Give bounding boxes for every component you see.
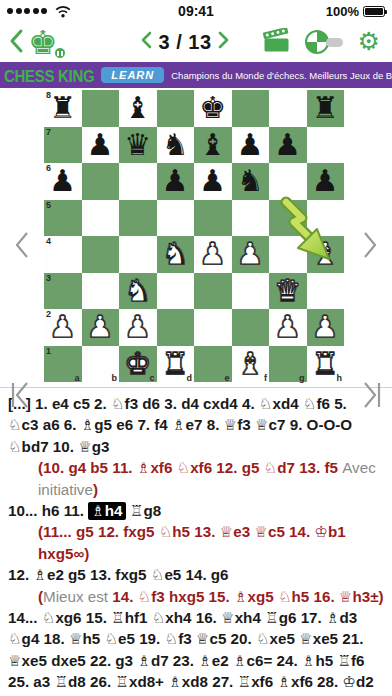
piece-bP-a6[interactable]: ♟ bbox=[49, 164, 76, 198]
square-a7[interactable]: 7 bbox=[44, 127, 82, 164]
square-d5[interactable] bbox=[157, 200, 195, 237]
piece-bP-f7[interactable]: ♟ bbox=[237, 128, 264, 162]
square-d8[interactable] bbox=[157, 90, 195, 127]
square-g4[interactable] bbox=[269, 236, 307, 273]
square-a6[interactable]: 6♟ bbox=[44, 163, 82, 200]
piece-wP-g2[interactable]: ♟ bbox=[274, 310, 301, 344]
square-c5[interactable] bbox=[119, 200, 157, 237]
piece-wN-d4[interactable]: ♞ bbox=[162, 237, 189, 271]
square-e4[interactable]: ♟ bbox=[194, 236, 232, 273]
moves-text[interactable]: 12. ♗e2 g5 13. fxg5 ♘e5 14. g6 bbox=[8, 566, 229, 583]
moves-text[interactable]: 10... h6 11. bbox=[8, 502, 88, 519]
piece-bP-h6[interactable]: ♟ bbox=[312, 164, 339, 198]
square-f3[interactable] bbox=[232, 273, 270, 310]
notation-line: ♘c3 a6 6. ♗g5 e6 7. f4 ♗e7 8. ♕f3 ♕c7 9.… bbox=[8, 414, 384, 435]
rank-label-3: 3 bbox=[46, 273, 51, 283]
square-f5[interactable] bbox=[232, 200, 270, 237]
prev-move-arrow-button[interactable] bbox=[13, 231, 31, 263]
pause-badge-icon bbox=[54, 47, 66, 59]
chess-board[interactable]: 8♜♝♚♜7♟♛♞♝♟♟6♟♟♟♞♟54♞♟♟♝3♞♛2♟♟♟♟♟1abc♚d♜… bbox=[44, 90, 344, 382]
piece-wR-h1[interactable]: ♜ bbox=[312, 347, 339, 381]
notation-line: (11... g5 12. fxg5 ♘h5 13. ♕e3 ♕c5 14. ♔… bbox=[8, 521, 384, 542]
square-b4[interactable] bbox=[82, 236, 120, 273]
file-label-d: d bbox=[187, 373, 193, 383]
moves-text[interactable]: ) bbox=[93, 481, 98, 498]
piece-wQ-g3[interactable]: ♛ bbox=[274, 274, 301, 308]
piece-bP-d6[interactable]: ♟ bbox=[162, 164, 189, 198]
chess-king-logo[interactable]: ♚ bbox=[28, 26, 66, 60]
piece-bR-h8[interactable]: ♜ bbox=[312, 91, 339, 125]
notation-line: 12. ♗e2 g5 13. fxg5 ♘e5 14. g6 bbox=[8, 564, 384, 585]
annotation-text: Avec bbox=[342, 459, 376, 476]
square-b7[interactable]: ♟ bbox=[82, 127, 120, 164]
square-g3[interactable]: ♛ bbox=[269, 273, 307, 310]
notation-line: ♕xe5 dxe5 22. g3 ♗d7 23. ♗e2 ♗c6= 24. ♗h… bbox=[8, 650, 384, 671]
moves-text[interactable]: 14. ♘f3 hxg5 15. ♗xg5 ♘h5 16. ♕h3±) bbox=[112, 588, 383, 605]
piece-wP-b2[interactable]: ♟ bbox=[87, 310, 114, 344]
file-label-c: c bbox=[149, 373, 154, 383]
annotation-text: Mieux est bbox=[43, 588, 112, 605]
notation-line: 25. a3 ♖d8 26. ♖xd8+ ♗xd8 27. ♖xf6 ♗xf6 … bbox=[8, 671, 384, 692]
learn-button[interactable]: LEARN bbox=[101, 67, 164, 83]
notation-line: initiative) bbox=[8, 479, 384, 500]
square-h1[interactable]: h♜ bbox=[307, 346, 345, 383]
moves-text[interactable]: 25. a3 ♖d8 26. ♖xd8+ ♗xd8 27. ♖xf6 ♗xf6 … bbox=[8, 673, 374, 690]
square-c7[interactable]: ♛ bbox=[119, 127, 157, 164]
file-label-g: g bbox=[299, 373, 305, 383]
rank-label-7: 7 bbox=[46, 127, 51, 137]
nav-bar: ♚ 3 / 13 bbox=[0, 22, 392, 62]
piece-wN-c3[interactable]: ♞ bbox=[124, 274, 151, 308]
notation-line: (Mieux est 14. ♘f3 hxg5 15. ♗xg5 ♘h5 16.… bbox=[8, 586, 384, 607]
square-e5[interactable] bbox=[194, 200, 232, 237]
battery-icon bbox=[363, 6, 385, 17]
piece-wB-f1[interactable]: ♝ bbox=[237, 347, 264, 381]
square-d7[interactable]: ♞ bbox=[157, 127, 195, 164]
square-h5[interactable] bbox=[307, 200, 345, 237]
square-h7[interactable] bbox=[307, 127, 345, 164]
notation-line: [...] 1. e4 c5 2. ♘f3 d6 3. d4 cxd4 4. ♘… bbox=[8, 393, 384, 414]
notation-line: 10... h6 11. ♗h4 ♖g8 bbox=[8, 500, 384, 521]
square-g6[interactable] bbox=[269, 163, 307, 200]
square-h8[interactable]: ♜ bbox=[307, 90, 345, 127]
square-e6[interactable]: ♟ bbox=[194, 163, 232, 200]
square-c8[interactable]: ♝ bbox=[119, 90, 157, 127]
square-b2[interactable]: ♟ bbox=[82, 309, 120, 346]
file-label-e: e bbox=[224, 373, 229, 383]
square-b8[interactable] bbox=[82, 90, 120, 127]
animation-movie-button[interactable] bbox=[263, 28, 290, 57]
notation-line: (10. g4 b5 11. ♗xf6 ♘xf6 12. g5 ♘d7 13. … bbox=[8, 457, 384, 478]
file-label-b: b bbox=[112, 373, 118, 383]
piece-bQ-c7[interactable]: ♛ bbox=[124, 128, 151, 162]
piece-wP-a2[interactable]: ♟ bbox=[49, 310, 76, 344]
moves-text[interactable]: ♘c3 a6 6. ♗g5 e6 7. f4 ♗e7 8. ♕f3 ♕c7 9.… bbox=[8, 416, 352, 433]
square-d6[interactable]: ♟ bbox=[157, 163, 195, 200]
file-label-f: f bbox=[264, 373, 267, 383]
square-a8[interactable]: 8♜ bbox=[44, 90, 82, 127]
app-screen: 09:41 100% ♚ 3 / 13 bbox=[0, 0, 392, 696]
next-move-arrow-button[interactable] bbox=[361, 231, 379, 263]
moves-text[interactable]: [...] 1. e4 c5 2. ♘f3 d6 3. d4 cxd4 4. ♘… bbox=[8, 395, 347, 412]
square-h4[interactable]: ♝ bbox=[307, 236, 345, 273]
rank-label-5: 5 bbox=[46, 200, 51, 210]
square-g2[interactable]: ♟ bbox=[269, 309, 307, 346]
piece-bN-f6[interactable]: ♞ bbox=[237, 164, 264, 198]
square-e1[interactable]: e bbox=[194, 346, 232, 383]
clock-time: 09:41 bbox=[178, 3, 214, 19]
piece-wP-e4[interactable]: ♟ bbox=[199, 237, 226, 271]
first-move-arrow-button[interactable] bbox=[10, 381, 32, 413]
square-f7[interactable]: ♟ bbox=[232, 127, 270, 164]
square-e2[interactable] bbox=[194, 309, 232, 346]
piece-bP-e6[interactable]: ♟ bbox=[199, 164, 226, 198]
course-title: Champions du Monde d'échecs. Meilleurs J… bbox=[171, 70, 392, 81]
board-flip-toggle[interactable] bbox=[305, 30, 343, 54]
square-c2[interactable]: ♟ bbox=[119, 309, 157, 346]
square-f8[interactable] bbox=[232, 90, 270, 127]
piece-bB-c8[interactable]: ♝ bbox=[124, 91, 151, 125]
square-c3[interactable]: ♞ bbox=[119, 273, 157, 310]
square-f2[interactable] bbox=[232, 309, 270, 346]
moves-text[interactable]: (10. g4 b5 11. ♗xf6 ♘xf6 12. g5 ♘d7 13. … bbox=[38, 459, 342, 476]
last-move-arrow-button[interactable] bbox=[360, 381, 382, 413]
rank-label-8: 8 bbox=[46, 90, 51, 100]
piece-bN-d7[interactable]: ♞ bbox=[162, 128, 189, 162]
square-f4[interactable]: ♟ bbox=[232, 236, 270, 273]
toggle-pill[interactable] bbox=[326, 38, 343, 47]
moves-text[interactable]: 14... ♘xg6 15. ♖hf1 ♘xh4 16. ♕xh4 ♖g6 17… bbox=[8, 609, 357, 626]
rank-label-4: 4 bbox=[46, 236, 51, 246]
square-c1[interactable]: c♚ bbox=[119, 346, 157, 383]
square-b5[interactable] bbox=[82, 200, 120, 237]
square-e3[interactable] bbox=[194, 273, 232, 310]
square-a1[interactable]: 1a bbox=[44, 346, 82, 383]
square-a4[interactable]: 4 bbox=[44, 236, 82, 273]
square-h6[interactable]: ♟ bbox=[307, 163, 345, 200]
wifi-icon bbox=[55, 5, 71, 18]
current-move[interactable]: ♗h4 bbox=[88, 502, 125, 520]
square-h3[interactable] bbox=[307, 273, 345, 310]
square-d1[interactable]: d♜ bbox=[157, 346, 195, 383]
piece-bP-g7[interactable]: ♟ bbox=[274, 128, 301, 162]
piece-wP-c2[interactable]: ♟ bbox=[124, 310, 151, 344]
board-area: 8♜♝♚♜7♟♛♞♝♟♟6♟♟♟♞♟54♞♟♟♝3♞♛2♟♟♟♟♟1abc♚d♜… bbox=[0, 88, 392, 387]
rank-label-1: 1 bbox=[46, 346, 51, 356]
square-d2[interactable] bbox=[157, 309, 195, 346]
notation-panel: [...] 1. e4 c5 2. ♘f3 d6 3. d4 cxd4 4. ♘… bbox=[0, 388, 392, 696]
piece-wB-h4[interactable]: ♝ bbox=[312, 237, 339, 271]
square-b1[interactable]: b bbox=[82, 346, 120, 383]
notation-line: hxg5∞) bbox=[8, 543, 384, 564]
piece-wP-h2[interactable]: ♟ bbox=[312, 310, 339, 344]
file-label-a: a bbox=[74, 373, 79, 383]
square-c6[interactable] bbox=[119, 163, 157, 200]
square-a2[interactable]: 2♟ bbox=[44, 309, 82, 346]
square-g8[interactable] bbox=[269, 90, 307, 127]
piece-bR-a8[interactable]: ♜ bbox=[49, 91, 76, 125]
rank-label-6: 6 bbox=[46, 163, 51, 173]
back-button[interactable] bbox=[8, 28, 24, 58]
square-f6[interactable]: ♞ bbox=[232, 163, 270, 200]
square-a5[interactable]: 5 bbox=[44, 200, 82, 237]
square-a3[interactable]: 3 bbox=[44, 273, 82, 310]
moves-text[interactable]: ♘g4 18. ♕h5 ♘e5 19. ♘f3 ♕c5 20. ♘xe5 ♕xe… bbox=[8, 630, 363, 647]
file-label-h: h bbox=[337, 373, 343, 383]
signal-strength-icon bbox=[7, 8, 47, 14]
notation-line: ♘g4 18. ♕h5 ♘e5 19. ♘f3 ♕c5 20. ♘xe5 ♕xe… bbox=[8, 628, 384, 649]
square-h2[interactable]: ♟ bbox=[307, 309, 345, 346]
square-g1[interactable]: g bbox=[269, 346, 307, 383]
piece-wR-d1[interactable]: ♜ bbox=[162, 347, 189, 381]
piece-bP-b7[interactable]: ♟ bbox=[87, 128, 114, 162]
moves-text[interactable]: ♕xe5 dxe5 22. g3 ♗d7 23. ♗e2 ♗c6= 24. ♗h… bbox=[8, 652, 365, 669]
square-e7[interactable]: ♝ bbox=[194, 127, 232, 164]
checkerboard-icon bbox=[305, 30, 329, 54]
king-piece-icon: ♚ bbox=[28, 23, 58, 62]
brand-logo-text[interactable]: CHESS KING bbox=[4, 65, 94, 84]
square-f1[interactable]: f♝ bbox=[232, 346, 270, 383]
next-position-button[interactable] bbox=[218, 31, 230, 53]
moves-text[interactable]: ♘bd7 10. ♕g3 bbox=[8, 438, 110, 455]
settings-gear-button[interactable]: ⚙ bbox=[358, 30, 380, 54]
notation-line: 14... ♘xg6 15. ♖hf1 ♘xh4 16. ♕xh4 ♖g6 17… bbox=[8, 607, 384, 628]
square-d3[interactable] bbox=[157, 273, 195, 310]
square-g5[interactable] bbox=[269, 200, 307, 237]
annotation-text: initiative bbox=[38, 481, 93, 498]
square-c4[interactable] bbox=[119, 236, 157, 273]
course-banner: CHESS KING LEARN Champions du Monde d'éc… bbox=[0, 62, 392, 88]
square-e8[interactable]: ♚ bbox=[194, 90, 232, 127]
status-bar: 09:41 100% bbox=[0, 0, 392, 22]
piece-wP-f4[interactable]: ♟ bbox=[237, 237, 264, 271]
rank-label-2: 2 bbox=[46, 309, 51, 319]
notation-line: ♘bd7 10. ♕g3 bbox=[8, 436, 384, 457]
square-b6[interactable] bbox=[82, 163, 120, 200]
square-d4[interactable]: ♞ bbox=[157, 236, 195, 273]
square-b3[interactable] bbox=[82, 273, 120, 310]
piece-wK-c1[interactable]: ♚ bbox=[124, 347, 151, 381]
moves-text[interactable]: hxg5∞) bbox=[38, 545, 89, 562]
moves-text[interactable]: (11... g5 12. fxg5 ♘h5 13. ♕e3 ♕c5 14. ♔… bbox=[38, 523, 346, 540]
square-g7[interactable]: ♟ bbox=[269, 127, 307, 164]
piece-bB-e7[interactable]: ♝ bbox=[199, 128, 226, 162]
position-counter: 3 / 13 bbox=[158, 31, 211, 54]
piece-bK-e8[interactable]: ♚ bbox=[199, 91, 226, 125]
prev-position-button[interactable] bbox=[140, 31, 152, 53]
battery-percent: 100% bbox=[326, 4, 359, 19]
moves-text[interactable]: ♖g8 bbox=[126, 502, 162, 519]
